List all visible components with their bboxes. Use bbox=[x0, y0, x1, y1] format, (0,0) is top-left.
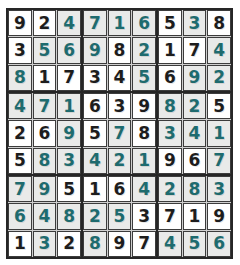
cell-r2c1[interactable]: 3 bbox=[8, 37, 32, 63]
cell-r1c4[interactable]: 7 bbox=[83, 10, 107, 36]
cell-r2c2[interactable]: 5 bbox=[33, 37, 57, 63]
cell-r2c9[interactable]: 4 bbox=[207, 37, 231, 63]
sudoku-box-4: 471269583 bbox=[8, 93, 81, 174]
sudoku-box-2: 716982345 bbox=[83, 10, 156, 91]
cell-r6c4[interactable]: 4 bbox=[83, 148, 107, 174]
cell-r7c3[interactable]: 5 bbox=[57, 176, 81, 202]
cell-r6c6[interactable]: 1 bbox=[132, 148, 156, 174]
cell-r7c6[interactable]: 4 bbox=[132, 176, 156, 202]
sudoku-board: 9243568177169823455381746924712695836395… bbox=[6, 8, 233, 259]
cell-r9c5[interactable]: 9 bbox=[108, 231, 132, 257]
cell-r6c3[interactable]: 3 bbox=[57, 148, 81, 174]
sudoku-box-7: 795648132 bbox=[8, 176, 81, 257]
sudoku-box-8: 164253897 bbox=[83, 176, 156, 257]
cell-r7c2[interactable]: 9 bbox=[33, 176, 57, 202]
cell-r1c3[interactable]: 4 bbox=[57, 10, 81, 36]
cell-r3c2[interactable]: 1 bbox=[33, 65, 57, 91]
cell-r3c5[interactable]: 4 bbox=[108, 65, 132, 91]
cell-r2c4[interactable]: 9 bbox=[83, 37, 107, 63]
cell-r5c3[interactable]: 9 bbox=[57, 120, 81, 146]
cell-r8c8[interactable]: 1 bbox=[183, 203, 207, 229]
cell-r2c3[interactable]: 6 bbox=[57, 37, 81, 63]
cell-r4c4[interactable]: 6 bbox=[83, 93, 107, 119]
cell-r5c2[interactable]: 6 bbox=[33, 120, 57, 146]
sudoku-box-6: 825341967 bbox=[158, 93, 231, 174]
cell-r1c5[interactable]: 1 bbox=[108, 10, 132, 36]
cell-r7c9[interactable]: 3 bbox=[207, 176, 231, 202]
cell-r8c9[interactable]: 9 bbox=[207, 203, 231, 229]
cell-r9c6[interactable]: 7 bbox=[132, 231, 156, 257]
cell-r9c1[interactable]: 1 bbox=[8, 231, 32, 257]
sudoku-box-5: 639578421 bbox=[83, 93, 156, 174]
sudoku-box-3: 538174692 bbox=[158, 10, 231, 91]
cell-r6c8[interactable]: 6 bbox=[183, 148, 207, 174]
cell-r1c2[interactable]: 2 bbox=[33, 10, 57, 36]
cell-r9c3[interactable]: 2 bbox=[57, 231, 81, 257]
cell-r5c9[interactable]: 1 bbox=[207, 120, 231, 146]
cell-r1c7[interactable]: 5 bbox=[158, 10, 182, 36]
cell-r3c1[interactable]: 8 bbox=[8, 65, 32, 91]
cell-r9c7[interactable]: 4 bbox=[158, 231, 182, 257]
sudoku-box-9: 283719456 bbox=[158, 176, 231, 257]
cell-r4c3[interactable]: 1 bbox=[57, 93, 81, 119]
cell-r7c5[interactable]: 6 bbox=[108, 176, 132, 202]
cell-r5c5[interactable]: 7 bbox=[108, 120, 132, 146]
cell-r3c4[interactable]: 3 bbox=[83, 65, 107, 91]
cell-r5c1[interactable]: 2 bbox=[8, 120, 32, 146]
cell-r8c2[interactable]: 4 bbox=[33, 203, 57, 229]
cell-r4c9[interactable]: 5 bbox=[207, 93, 231, 119]
cell-r8c6[interactable]: 3 bbox=[132, 203, 156, 229]
cell-r6c5[interactable]: 2 bbox=[108, 148, 132, 174]
cell-r8c7[interactable]: 7 bbox=[158, 203, 182, 229]
cell-r4c6[interactable]: 9 bbox=[132, 93, 156, 119]
cell-r8c3[interactable]: 8 bbox=[57, 203, 81, 229]
cell-r6c1[interactable]: 5 bbox=[8, 148, 32, 174]
cell-r5c8[interactable]: 4 bbox=[183, 120, 207, 146]
cell-r3c6[interactable]: 5 bbox=[132, 65, 156, 91]
cell-r7c8[interactable]: 8 bbox=[183, 176, 207, 202]
cell-r1c9[interactable]: 8 bbox=[207, 10, 231, 36]
cell-r2c6[interactable]: 2 bbox=[132, 37, 156, 63]
cell-r8c4[interactable]: 2 bbox=[83, 203, 107, 229]
cell-r6c9[interactable]: 7 bbox=[207, 148, 231, 174]
sudoku-box-1: 924356817 bbox=[8, 10, 81, 91]
cell-r5c4[interactable]: 5 bbox=[83, 120, 107, 146]
cell-r7c4[interactable]: 1 bbox=[83, 176, 107, 202]
cell-r4c1[interactable]: 4 bbox=[8, 93, 32, 119]
cell-r6c2[interactable]: 8 bbox=[33, 148, 57, 174]
cell-r1c6[interactable]: 6 bbox=[132, 10, 156, 36]
cell-r3c9[interactable]: 2 bbox=[207, 65, 231, 91]
cell-r9c4[interactable]: 8 bbox=[83, 231, 107, 257]
cell-r3c7[interactable]: 6 bbox=[158, 65, 182, 91]
cell-r1c1[interactable]: 9 bbox=[8, 10, 32, 36]
cell-r8c1[interactable]: 6 bbox=[8, 203, 32, 229]
cell-r5c6[interactable]: 8 bbox=[132, 120, 156, 146]
cell-r1c8[interactable]: 3 bbox=[183, 10, 207, 36]
cell-r6c7[interactable]: 9 bbox=[158, 148, 182, 174]
cell-r8c5[interactable]: 5 bbox=[108, 203, 132, 229]
cell-r4c8[interactable]: 2 bbox=[183, 93, 207, 119]
cell-r2c7[interactable]: 1 bbox=[158, 37, 182, 63]
cell-r4c7[interactable]: 8 bbox=[158, 93, 182, 119]
cell-r7c7[interactable]: 2 bbox=[158, 176, 182, 202]
cell-r5c7[interactable]: 3 bbox=[158, 120, 182, 146]
cell-r2c5[interactable]: 8 bbox=[108, 37, 132, 63]
cell-r9c2[interactable]: 3 bbox=[33, 231, 57, 257]
cell-r2c8[interactable]: 7 bbox=[183, 37, 207, 63]
cell-r9c8[interactable]: 5 bbox=[183, 231, 207, 257]
cell-r7c1[interactable]: 7 bbox=[8, 176, 32, 202]
cell-r9c9[interactable]: 6 bbox=[207, 231, 231, 257]
cell-r3c3[interactable]: 7 bbox=[57, 65, 81, 91]
cell-r4c5[interactable]: 3 bbox=[108, 93, 132, 119]
cell-r3c8[interactable]: 9 bbox=[183, 65, 207, 91]
cell-r4c2[interactable]: 7 bbox=[33, 93, 57, 119]
